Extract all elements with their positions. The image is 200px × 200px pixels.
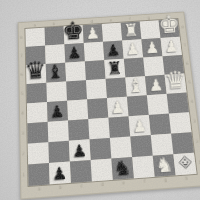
file-label-d-bottom: d	[92, 181, 113, 188]
square-c1[interactable]	[70, 160, 92, 183]
file-label-b-top: b	[44, 21, 63, 27]
rank-label-3-left: 3	[21, 124, 24, 145]
white-pawn-e4[interactable]: ♟	[110, 99, 126, 116]
white-pawn-g7[interactable]: ♟	[145, 40, 160, 56]
square-d4[interactable]	[87, 98, 108, 119]
square-e6[interactable]: ♜	[104, 59, 125, 79]
file-label-a-top: a	[25, 22, 44, 28]
square-a2[interactable]	[28, 142, 49, 164]
white-queen-h5[interactable]: ♛	[164, 68, 187, 93]
rank-label-2-right: 2	[194, 132, 200, 153]
square-e8[interactable]	[102, 23, 123, 42]
black-pawn-b4[interactable]: ♟	[49, 103, 65, 120]
square-h4[interactable]	[167, 93, 189, 114]
white-pawn-h7[interactable]: ♟	[164, 39, 179, 55]
square-d8[interactable]: ♟	[83, 24, 103, 43]
photo: ♚♟♜♚♟♟♟♟♟♛♝♜♝♟♛♟♟♟♟♟♞♞ aabbccddeeffgghh8…	[0, 0, 200, 200]
file-label-c-bottom: c	[71, 182, 92, 189]
square-g3[interactable]	[149, 114, 171, 136]
square-c4[interactable]	[67, 99, 88, 120]
black-pawn-c2[interactable]: ♟	[72, 143, 88, 161]
square-f5[interactable]: ♝	[125, 76, 147, 96]
square-g6[interactable]	[143, 56, 164, 76]
square-c3[interactable]	[68, 119, 89, 141]
square-e4[interactable]: ♟	[107, 97, 129, 118]
square-e1[interactable]: ♞	[111, 157, 133, 180]
black-pawn-c7[interactable]: ♟	[67, 45, 82, 62]
white-bishop-f5[interactable]: ♝	[127, 76, 145, 96]
square-b5[interactable]	[46, 81, 67, 102]
square-c5[interactable]	[66, 80, 87, 101]
white-pawn-d8[interactable]: ♟	[85, 26, 100, 42]
black-queen-a6[interactable]: ♛	[24, 58, 47, 83]
rank-label-7-left: 7	[20, 47, 23, 66]
square-c2[interactable]: ♟	[69, 139, 91, 161]
square-c7[interactable]: ♟	[64, 43, 84, 63]
board-squares: ♚♟♜♚♟♟♟♟♟♛♝♜♝♟♛♟♟♟♟♟♞♞	[25, 19, 196, 186]
square-a5[interactable]	[27, 83, 47, 104]
square-d1[interactable]	[91, 159, 113, 182]
white-pawn-g5[interactable]: ♟	[148, 77, 163, 94]
square-a1[interactable]	[28, 163, 50, 186]
rank-label-5-right: 5	[187, 73, 192, 92]
rank-label-1-left: 1	[22, 165, 25, 187]
black-pawn-b1[interactable]: ♟	[52, 165, 68, 183]
rank-label-8-left: 8	[20, 29, 23, 47]
square-e5[interactable]	[106, 77, 127, 98]
rank-label-8-right: 8	[180, 19, 185, 37]
square-f3[interactable]: ♟	[129, 115, 151, 137]
square-h2[interactable]	[171, 132, 194, 154]
rank-label-7-right: 7	[183, 36, 188, 54]
square-a8[interactable]	[25, 28, 45, 47]
rank-label-3-right: 3	[192, 112, 197, 132]
file-label-g-top: g	[139, 15, 158, 21]
square-f7[interactable]: ♟	[122, 39, 143, 59]
chessboard: ♚♟♜♚♟♟♟♟♟♛♝♜♝♟♛♟♟♟♟♟♞♞ aabbccddeeffgghh8…	[18, 12, 200, 200]
file-label-a-bottom: a	[29, 185, 50, 192]
square-a3[interactable]	[27, 122, 48, 144]
white-rook-f8[interactable]: ♜	[123, 21, 140, 39]
file-label-e-top: e	[101, 17, 120, 23]
file-label-e-bottom: e	[113, 179, 134, 186]
square-b1[interactable]: ♟	[49, 162, 71, 185]
square-b6[interactable]: ♝	[46, 63, 66, 83]
file-label-g-bottom: g	[155, 176, 177, 183]
square-g7[interactable]: ♟	[141, 38, 162, 57]
square-f4[interactable]	[127, 95, 149, 116]
square-h7[interactable]: ♟	[161, 37, 182, 56]
square-d2[interactable]	[89, 138, 111, 160]
rank-label-4-left: 4	[21, 104, 24, 124]
black-knight-e1[interactable]: ♞	[113, 157, 132, 178]
square-f1[interactable]	[132, 156, 155, 179]
file-label-h-bottom: h	[176, 175, 198, 182]
square-a6[interactable]: ♛	[26, 64, 46, 84]
white-pawn-f3[interactable]: ♟	[132, 118, 148, 135]
file-label-f-bottom: f	[134, 178, 155, 185]
rank-label-4-right: 4	[189, 92, 194, 112]
square-d6[interactable]	[85, 60, 106, 80]
square-h8[interactable]: ♚	[159, 19, 180, 38]
white-knight-g1[interactable]: ♞	[155, 154, 174, 175]
square-g4[interactable]	[147, 94, 169, 115]
square-g1[interactable]: ♞	[153, 154, 176, 177]
rank-label-2-left: 2	[22, 144, 25, 165]
square-b2[interactable]	[48, 141, 70, 163]
black-rook-e6[interactable]: ♜	[106, 59, 123, 78]
rank-label-1-right: 1	[197, 152, 200, 173]
square-f8[interactable]: ♜	[121, 21, 142, 40]
square-c8[interactable]: ♚	[64, 25, 84, 44]
square-f2[interactable]	[130, 135, 152, 157]
square-b3[interactable]	[48, 120, 69, 142]
rank-label-5-left: 5	[21, 84, 24, 104]
square-g5[interactable]: ♟	[145, 75, 167, 95]
square-d3[interactable]	[88, 118, 110, 140]
square-h3[interactable]	[169, 112, 192, 133]
square-b4[interactable]: ♟	[47, 101, 68, 122]
file-label-b-bottom: b	[50, 184, 71, 191]
square-d5[interactable]	[86, 79, 107, 100]
square-d7[interactable]	[84, 42, 105, 62]
rank-label-6-left: 6	[20, 65, 23, 84]
square-e3[interactable]	[108, 116, 130, 138]
square-a4[interactable]	[27, 102, 48, 123]
black-bishop-b6[interactable]: ♝	[46, 62, 64, 82]
square-c6[interactable]	[65, 61, 86, 81]
square-h5[interactable]: ♛	[165, 74, 187, 94]
white-pawn-f7[interactable]: ♟	[125, 41, 140, 57]
